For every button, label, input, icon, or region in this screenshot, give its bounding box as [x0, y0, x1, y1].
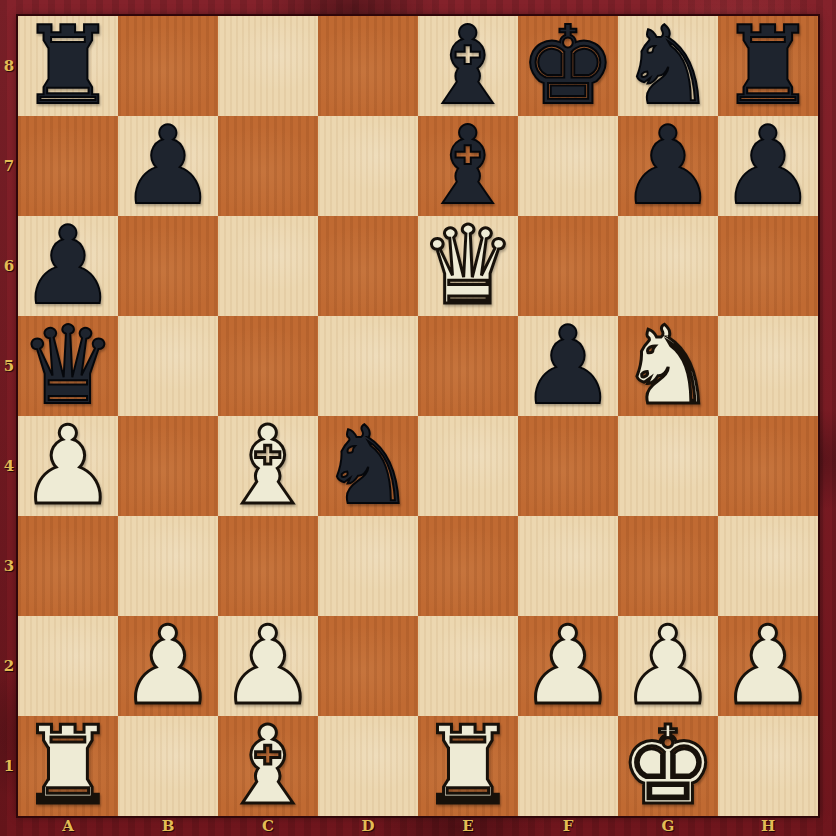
square-a6[interactable]: ♟: [18, 216, 118, 316]
square-b4[interactable]: [118, 416, 218, 516]
rank-label-1: 1: [0, 716, 18, 816]
square-b7[interactable]: ♟: [118, 116, 218, 216]
square-a7[interactable]: [18, 116, 118, 216]
rank-label-5: 5: [0, 316, 18, 416]
file-label-a: A: [18, 816, 118, 836]
square-b6[interactable]: [118, 216, 218, 316]
square-b1[interactable]: [118, 716, 218, 816]
square-g4[interactable]: [618, 416, 718, 516]
square-f8[interactable]: ♚: [518, 16, 618, 116]
file-label-d: D: [318, 816, 418, 836]
square-f4[interactable]: [518, 416, 618, 516]
square-e7[interactable]: ♝: [418, 116, 518, 216]
square-c8[interactable]: [218, 16, 318, 116]
rank-label-7: 7: [0, 116, 18, 216]
square-h3[interactable]: [718, 516, 818, 616]
file-label-c: C: [218, 816, 318, 836]
black-pawn-h7: ♟: [720, 112, 817, 220]
square-g6[interactable]: [618, 216, 718, 316]
black-pawn-f5: ♟: [520, 312, 617, 420]
square-h4[interactable]: [718, 416, 818, 516]
square-d8[interactable]: [318, 16, 418, 116]
black-pawn-g7: ♟: [620, 112, 717, 220]
black-knight-d4: ♞: [320, 412, 417, 520]
square-d5[interactable]: [318, 316, 418, 416]
square-b8[interactable]: [118, 16, 218, 116]
square-c4[interactable]: ♝: [218, 416, 318, 516]
square-b2[interactable]: ♟: [118, 616, 218, 716]
square-g2[interactable]: ♟: [618, 616, 718, 716]
square-c3[interactable]: [218, 516, 318, 616]
file-label-g: G: [618, 816, 718, 836]
square-d4[interactable]: ♞: [318, 416, 418, 516]
square-d2[interactable]: [318, 616, 418, 716]
file-label-b: B: [118, 816, 218, 836]
rank-label-2: 2: [0, 616, 18, 716]
square-c7[interactable]: [218, 116, 318, 216]
square-c6[interactable]: [218, 216, 318, 316]
square-f3[interactable]: [518, 516, 618, 616]
square-h7[interactable]: ♟: [718, 116, 818, 216]
square-g1[interactable]: ♚: [618, 716, 718, 816]
square-d7[interactable]: [318, 116, 418, 216]
square-g5[interactable]: ♞: [618, 316, 718, 416]
file-label-h: H: [718, 816, 818, 836]
square-b3[interactable]: [118, 516, 218, 616]
square-c5[interactable]: [218, 316, 318, 416]
white-queen-e6: ♛: [420, 212, 517, 320]
rank-label-3: 3: [0, 516, 18, 616]
square-d1[interactable]: [318, 716, 418, 816]
white-bishop-c4: ♝: [220, 412, 317, 520]
square-f2[interactable]: ♟: [518, 616, 618, 716]
square-d3[interactable]: [318, 516, 418, 616]
black-pawn-b7: ♟: [120, 112, 217, 220]
file-label-e: E: [418, 816, 518, 836]
square-h1[interactable]: [718, 716, 818, 816]
square-a2[interactable]: [18, 616, 118, 716]
file-label-f: F: [518, 816, 618, 836]
white-rook-a1: ♜: [20, 712, 117, 820]
square-h2[interactable]: ♟: [718, 616, 818, 716]
square-c1[interactable]: ♝: [218, 716, 318, 816]
white-rook-e1: ♜: [420, 712, 517, 820]
square-a8[interactable]: ♜: [18, 16, 118, 116]
white-pawn-b2: ♟: [120, 612, 217, 720]
white-pawn-f2: ♟: [520, 612, 617, 720]
rank-label-8: 8: [0, 16, 18, 116]
white-bishop-c1: ♝: [220, 712, 317, 820]
square-e4[interactable]: [418, 416, 518, 516]
board: ♜♝♚♞♜♟♝♟♟♟♛♛♟♞♟♝♞♟♟♟♟♟♜♝♜♚: [18, 16, 818, 816]
square-c2[interactable]: ♟: [218, 616, 318, 716]
rank-label-4: 4: [0, 416, 18, 516]
square-h8[interactable]: ♜: [718, 16, 818, 116]
white-pawn-a4: ♟: [20, 412, 117, 520]
square-a4[interactable]: ♟: [18, 416, 118, 516]
square-b5[interactable]: [118, 316, 218, 416]
square-g8[interactable]: ♞: [618, 16, 718, 116]
white-pawn-h2: ♟: [720, 612, 817, 720]
square-a5[interactable]: ♛: [18, 316, 118, 416]
square-g3[interactable]: [618, 516, 718, 616]
square-f1[interactable]: [518, 716, 618, 816]
square-f5[interactable]: ♟: [518, 316, 618, 416]
chess-board-frame: ♜♝♚♞♜♟♝♟♟♟♛♛♟♞♟♝♞♟♟♟♟♟♜♝♜♚ 87654321 ABCD…: [0, 0, 836, 836]
square-e2[interactable]: [418, 616, 518, 716]
square-e5[interactable]: [418, 316, 518, 416]
square-f6[interactable]: [518, 216, 618, 316]
square-e8[interactable]: ♝: [418, 16, 518, 116]
square-e6[interactable]: ♛: [418, 216, 518, 316]
rank-label-6: 6: [0, 216, 18, 316]
square-d6[interactable]: [318, 216, 418, 316]
white-king-g1: ♚: [620, 712, 717, 820]
square-e3[interactable]: [418, 516, 518, 616]
square-a1[interactable]: ♜: [18, 716, 118, 816]
square-h5[interactable]: [718, 316, 818, 416]
square-a3[interactable]: [18, 516, 118, 616]
square-h6[interactable]: [718, 216, 818, 316]
square-e1[interactable]: ♜: [418, 716, 518, 816]
square-f7[interactable]: [518, 116, 618, 216]
square-g7[interactable]: ♟: [618, 116, 718, 216]
white-knight-g5: ♞: [620, 312, 717, 420]
black-rook-a8: ♜: [20, 12, 117, 120]
black-king-f8: ♚: [520, 12, 617, 120]
